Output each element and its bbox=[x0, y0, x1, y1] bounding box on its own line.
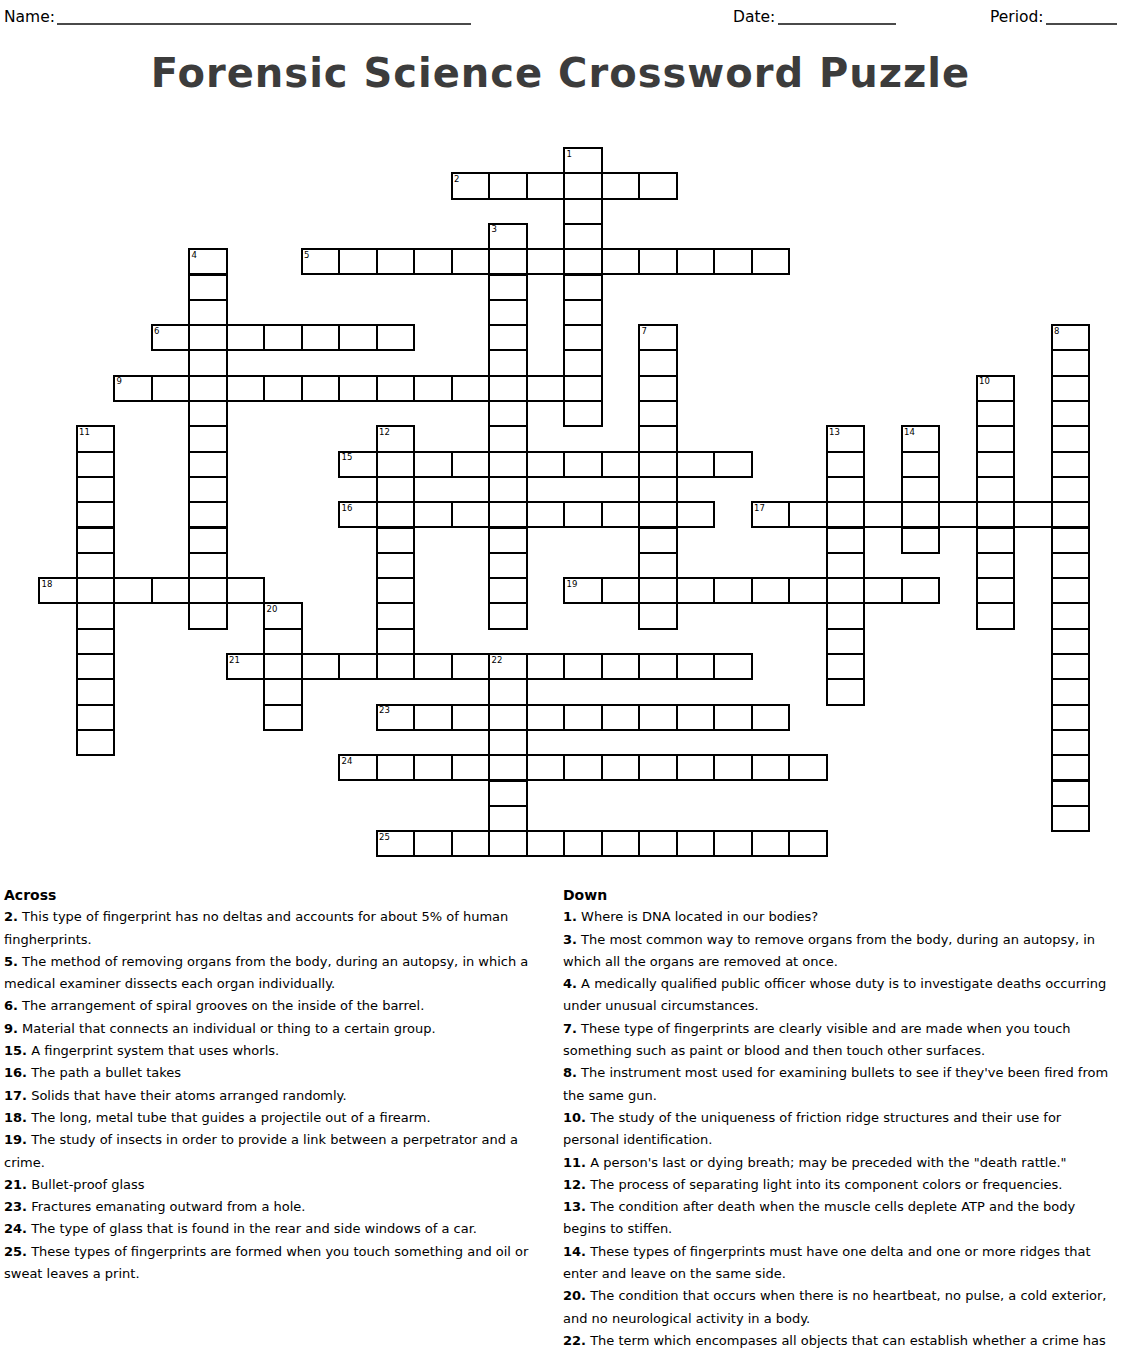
grid-cell-14-22[interactable] bbox=[563, 704, 603, 731]
grid-cell-27-23[interactable] bbox=[1051, 729, 1091, 756]
grid-number-9: 9 bbox=[117, 377, 122, 386]
grid-number-16: 16 bbox=[342, 504, 353, 513]
name-blank-line bbox=[57, 7, 471, 25]
clue-down-3: 3. The most common way to remove organs … bbox=[563, 929, 1119, 974]
grid-cell-27-16[interactable] bbox=[1051, 552, 1091, 579]
grid-cell-11-24[interactable] bbox=[451, 754, 491, 781]
crossword-grid: 1234567891011121314151617181920212223242… bbox=[38, 147, 1090, 857]
grid-cell-27-13[interactable] bbox=[1051, 476, 1091, 503]
grid-cell-17-27[interactable] bbox=[676, 830, 716, 857]
grid-cell-10-14[interactable] bbox=[413, 501, 453, 528]
grid-cell-1-21[interactable] bbox=[76, 678, 116, 705]
grid-cell-14-8[interactable] bbox=[563, 349, 603, 376]
grid-cell-7-20[interactable] bbox=[301, 653, 341, 680]
grid-cell-9-19[interactable] bbox=[376, 628, 416, 655]
grid-cell-9-20[interactable] bbox=[376, 653, 416, 680]
grid-cell-15-20[interactable] bbox=[601, 653, 641, 680]
grid-cell-7-7[interactable] bbox=[301, 324, 341, 351]
grid-cell-14-7[interactable] bbox=[563, 324, 603, 351]
grid-cell-27-10[interactable] bbox=[1051, 400, 1091, 427]
grid-cell-12-16[interactable] bbox=[488, 552, 528, 579]
down-header: Down bbox=[563, 884, 1119, 906]
clue-down-13: 13. The condition after death when the m… bbox=[563, 1196, 1119, 1241]
grid-cell-15-22[interactable] bbox=[601, 704, 641, 731]
grid-cell-14-6[interactable] bbox=[563, 299, 603, 326]
grid-cell-27-9[interactable] bbox=[1051, 375, 1091, 402]
grid-cell-11-12[interactable] bbox=[451, 451, 491, 478]
grid-cell-7-9[interactable] bbox=[301, 375, 341, 402]
grid-cell-16-1[interactable] bbox=[638, 172, 678, 199]
grid-cell-17-22[interactable] bbox=[676, 704, 716, 731]
grid-cell-12-25[interactable] bbox=[488, 780, 528, 807]
grid-cell-23-15[interactable] bbox=[901, 527, 941, 554]
grid-cell-20-24[interactable] bbox=[788, 754, 828, 781]
grid-number-23: 23 bbox=[379, 706, 390, 715]
grid-cell-12-12[interactable] bbox=[488, 451, 528, 478]
grid-number-20: 20 bbox=[267, 605, 278, 614]
grid-cell-13-22[interactable] bbox=[526, 704, 566, 731]
grid-cell-12-26[interactable] bbox=[488, 805, 528, 832]
grid-cell-25-10[interactable] bbox=[976, 400, 1016, 427]
grid-cell-10-24[interactable] bbox=[413, 754, 453, 781]
grid-cell-16-8[interactable] bbox=[638, 349, 678, 376]
grid-cell-4-5[interactable] bbox=[188, 274, 228, 301]
grid-cell-20-27[interactable] bbox=[788, 830, 828, 857]
grid-cell-27-26[interactable] bbox=[1051, 805, 1091, 832]
grid-cell-14-20[interactable] bbox=[563, 653, 603, 680]
grid-number-6: 6 bbox=[154, 327, 159, 336]
clue-across-25: 25. These types of fingerprints are form… bbox=[4, 1241, 560, 1286]
clue-across-15: 15. A fingerprint system that uses whorl… bbox=[4, 1040, 560, 1062]
grid-cell-12-6[interactable] bbox=[488, 299, 528, 326]
down-clues-section: Down 1. Where is DNA located in our bodi… bbox=[563, 884, 1119, 1351]
grid-cell-11-27[interactable] bbox=[451, 830, 491, 857]
clue-down-10: 10. The study of the uniqueness of frict… bbox=[563, 1107, 1119, 1152]
grid-cell-11-22[interactable] bbox=[451, 704, 491, 731]
grid-number-3: 3 bbox=[492, 225, 497, 234]
grid-cell-19-24[interactable] bbox=[751, 754, 791, 781]
grid-cell-14-1[interactable] bbox=[563, 172, 603, 199]
grid-cell-16-22[interactable] bbox=[638, 704, 678, 731]
grid-cell-1-12[interactable] bbox=[76, 451, 116, 478]
grid-cell-13-1[interactable] bbox=[526, 172, 566, 199]
grid-cell-16-9[interactable] bbox=[638, 375, 678, 402]
grid-cell-12-13[interactable] bbox=[488, 476, 528, 503]
grid-cell-15-4[interactable] bbox=[601, 248, 641, 275]
grid-cell-4-16[interactable] bbox=[188, 552, 228, 579]
grid-cell-25-12[interactable] bbox=[976, 451, 1016, 478]
grid-cell-14-2[interactable] bbox=[563, 198, 603, 225]
grid-cell-16-13[interactable] bbox=[638, 476, 678, 503]
grid-cell-19-27[interactable] bbox=[751, 830, 791, 857]
grid-cell-12-23[interactable] bbox=[488, 729, 528, 756]
grid-cell-9-9[interactable] bbox=[376, 375, 416, 402]
clue-down-12: 12. The process of separating light into… bbox=[563, 1174, 1119, 1196]
grid-cell-19-4[interactable] bbox=[751, 248, 791, 275]
grid-cell-23-17[interactable] bbox=[901, 577, 941, 604]
grid-cell-4-9[interactable] bbox=[188, 375, 228, 402]
grid-cell-13-14[interactable] bbox=[526, 501, 566, 528]
grid-cell-25-13[interactable] bbox=[976, 476, 1016, 503]
grid-number-22: 22 bbox=[492, 656, 503, 665]
across-clue-list: 2. This type of fingerprint has no delta… bbox=[4, 906, 560, 1285]
grid-cell-8-4[interactable] bbox=[338, 248, 378, 275]
grid-cell-16-27[interactable] bbox=[638, 830, 678, 857]
grid-cell-16-20[interactable] bbox=[638, 653, 678, 680]
grid-cell-15-27[interactable] bbox=[601, 830, 641, 857]
clue-across-24: 24. The type of glass that is found in t… bbox=[4, 1218, 560, 1240]
grid-cell-11-20[interactable] bbox=[451, 653, 491, 680]
grid-cell-18-17[interactable] bbox=[713, 577, 753, 604]
grid-cell-14-24[interactable] bbox=[563, 754, 603, 781]
grid-cell-14-9[interactable] bbox=[563, 375, 603, 402]
grid-cell-27-19[interactable] bbox=[1051, 628, 1091, 655]
grid-cell-22-14[interactable] bbox=[863, 501, 903, 528]
grid-cell-25-17[interactable] bbox=[976, 577, 1016, 604]
grid-cell-5-17[interactable] bbox=[226, 577, 266, 604]
grid-cell-27-12[interactable] bbox=[1051, 451, 1091, 478]
grid-number-5: 5 bbox=[304, 251, 309, 260]
clue-down-11: 11. A person's last or dying breath; may… bbox=[563, 1152, 1119, 1174]
grid-cell-21-21[interactable] bbox=[826, 678, 866, 705]
grid-cell-14-14[interactable] bbox=[563, 501, 603, 528]
grid-cell-21-20[interactable] bbox=[826, 653, 866, 680]
clue-down-14: 14. These types of fingerprints must hav… bbox=[563, 1241, 1119, 1286]
grid-cell-21-16[interactable] bbox=[826, 552, 866, 579]
grid-cell-14-5[interactable] bbox=[563, 274, 603, 301]
grid-cell-4-10[interactable] bbox=[188, 400, 228, 427]
grid-cell-13-24[interactable] bbox=[526, 754, 566, 781]
down-clue-list: 1. Where is DNA located in our bodies?3.… bbox=[563, 906, 1119, 1351]
grid-cell-18-12[interactable] bbox=[713, 451, 753, 478]
grid-number-11: 11 bbox=[79, 428, 90, 437]
grid-cell-21-15[interactable] bbox=[826, 527, 866, 554]
clue-across-18: 18. The long, metal tube that guides a p… bbox=[4, 1107, 560, 1129]
grid-cell-27-21[interactable] bbox=[1051, 678, 1091, 705]
clue-down-22: 22. The term which encompases all object… bbox=[563, 1330, 1119, 1351]
clue-across-5: 5. The method of removing organs from th… bbox=[4, 951, 560, 996]
grid-cell-9-14[interactable] bbox=[376, 501, 416, 528]
grid-cell-9-7[interactable] bbox=[376, 324, 416, 351]
grid-cell-27-17[interactable] bbox=[1051, 577, 1091, 604]
grid-cell-2-17[interactable] bbox=[113, 577, 153, 604]
grid-cell-14-3[interactable] bbox=[563, 223, 603, 250]
grid-cell-19-22[interactable] bbox=[751, 704, 791, 731]
grid-number-1: 1 bbox=[567, 150, 572, 159]
grid-cell-13-9[interactable] bbox=[526, 375, 566, 402]
date-blank-line bbox=[778, 7, 896, 25]
clue-across-6: 6. The arrangement of spiral grooves on … bbox=[4, 995, 560, 1017]
grid-cell-23-14[interactable] bbox=[901, 501, 941, 528]
grid-cell-12-4[interactable] bbox=[488, 248, 528, 275]
grid-cell-15-14[interactable] bbox=[601, 501, 641, 528]
grid-cell-13-27[interactable] bbox=[526, 830, 566, 857]
grid-cell-6-20[interactable] bbox=[263, 653, 303, 680]
grid-cell-12-11[interactable] bbox=[488, 425, 528, 452]
grid-cell-9-12[interactable] bbox=[376, 451, 416, 478]
grid-cell-4-12[interactable] bbox=[188, 451, 228, 478]
grid-number-25: 25 bbox=[379, 833, 390, 842]
grid-cell-8-9[interactable] bbox=[338, 375, 378, 402]
grid-cell-8-7[interactable] bbox=[338, 324, 378, 351]
grid-cell-1-19[interactable] bbox=[76, 628, 116, 655]
grid-cell-1-16[interactable] bbox=[76, 552, 116, 579]
grid-cell-12-9[interactable] bbox=[488, 375, 528, 402]
grid-cell-20-17[interactable] bbox=[788, 577, 828, 604]
grid-cell-21-13[interactable] bbox=[826, 476, 866, 503]
clue-across-17: 17. Solids that have their atoms arrange… bbox=[4, 1085, 560, 1107]
grid-cell-27-24[interactable] bbox=[1051, 754, 1091, 781]
grid-cell-12-5[interactable] bbox=[488, 274, 528, 301]
grid-cell-21-17[interactable] bbox=[826, 577, 866, 604]
grid-number-14: 14 bbox=[904, 428, 915, 437]
grid-cell-21-19[interactable] bbox=[826, 628, 866, 655]
grid-cell-15-12[interactable] bbox=[601, 451, 641, 478]
grid-cell-16-11[interactable] bbox=[638, 425, 678, 452]
grid-cell-22-17[interactable] bbox=[863, 577, 903, 604]
grid-cell-19-17[interactable] bbox=[751, 577, 791, 604]
grid-cell-27-25[interactable] bbox=[1051, 780, 1091, 807]
clue-across-2: 2. This type of fingerprint has no delta… bbox=[4, 906, 560, 951]
grid-cell-24-14[interactable] bbox=[938, 501, 978, 528]
grid-cell-25-15[interactable] bbox=[976, 527, 1016, 554]
grid-number-4: 4 bbox=[192, 251, 197, 260]
grid-cell-16-14[interactable] bbox=[638, 501, 678, 528]
grid-cell-23-12[interactable] bbox=[901, 451, 941, 478]
grid-cell-9-13[interactable] bbox=[376, 476, 416, 503]
grid-cell-16-12[interactable] bbox=[638, 451, 678, 478]
grid-cell-27-14[interactable] bbox=[1051, 501, 1091, 528]
grid-cell-9-15[interactable] bbox=[376, 527, 416, 554]
grid-cell-23-13[interactable] bbox=[901, 476, 941, 503]
grid-cell-25-11[interactable] bbox=[976, 425, 1016, 452]
grid-cell-6-9[interactable] bbox=[263, 375, 303, 402]
grid-cell-5-7[interactable] bbox=[226, 324, 266, 351]
grid-cell-1-22[interactable] bbox=[76, 704, 116, 731]
grid-cell-4-8[interactable] bbox=[188, 349, 228, 376]
grid-cell-18-20[interactable] bbox=[713, 653, 753, 680]
grid-cell-6-21[interactable] bbox=[263, 678, 303, 705]
grid-cell-15-17[interactable] bbox=[601, 577, 641, 604]
grid-cell-1-23[interactable] bbox=[76, 729, 116, 756]
grid-cell-16-16[interactable] bbox=[638, 552, 678, 579]
clue-across-21: 21. Bullet-proof glass bbox=[4, 1174, 560, 1196]
clue-down-8: 8. The instrument most used for examinin… bbox=[563, 1062, 1119, 1107]
grid-cell-18-22[interactable] bbox=[713, 704, 753, 731]
grid-cell-4-6[interactable] bbox=[188, 299, 228, 326]
grid-cell-17-17[interactable] bbox=[676, 577, 716, 604]
grid-cell-27-22[interactable] bbox=[1051, 704, 1091, 731]
grid-cell-14-10[interactable] bbox=[563, 400, 603, 427]
grid-cell-16-18[interactable] bbox=[638, 602, 678, 629]
grid-cell-21-18[interactable] bbox=[826, 602, 866, 629]
grid-cell-14-12[interactable] bbox=[563, 451, 603, 478]
grid-cell-1-14[interactable] bbox=[76, 501, 116, 528]
clue-across-9: 9. Material that connects an individual … bbox=[4, 1018, 560, 1040]
grid-cell-17-14[interactable] bbox=[676, 501, 716, 528]
grid-cell-13-20[interactable] bbox=[526, 653, 566, 680]
grid-cell-12-17[interactable] bbox=[488, 577, 528, 604]
grid-number-24: 24 bbox=[342, 757, 353, 766]
grid-cell-1-20[interactable] bbox=[76, 653, 116, 680]
grid-cell-10-20[interactable] bbox=[413, 653, 453, 680]
grid-cell-4-18[interactable] bbox=[188, 602, 228, 629]
grid-cell-10-27[interactable] bbox=[413, 830, 453, 857]
grid-cell-21-14[interactable] bbox=[826, 501, 866, 528]
grid-cell-20-14[interactable] bbox=[788, 501, 828, 528]
grid-cell-11-4[interactable] bbox=[451, 248, 491, 275]
grid-cell-12-22[interactable] bbox=[488, 704, 528, 731]
grid-number-10: 10 bbox=[979, 377, 990, 386]
grid-cell-10-4[interactable] bbox=[413, 248, 453, 275]
grid-cell-9-18[interactable] bbox=[376, 602, 416, 629]
page-title: Forensic Science Crossword Puzzle bbox=[0, 50, 1121, 96]
grid-cell-9-17[interactable] bbox=[376, 577, 416, 604]
grid-cell-26-14[interactable] bbox=[1013, 501, 1053, 528]
name-label: Name: bbox=[4, 8, 55, 26]
grid-cell-17-24[interactable] bbox=[676, 754, 716, 781]
grid-cell-1-17[interactable] bbox=[76, 577, 116, 604]
grid-cell-25-14[interactable] bbox=[976, 501, 1016, 528]
grid-cell-12-27[interactable] bbox=[488, 830, 528, 857]
grid-cell-27-8[interactable] bbox=[1051, 349, 1091, 376]
grid-cell-17-20[interactable] bbox=[676, 653, 716, 680]
clue-across-19: 19. The study of insects in order to pro… bbox=[4, 1129, 560, 1174]
across-header: Across bbox=[4, 884, 560, 906]
clue-down-4: 4. A medically qualified public officer … bbox=[563, 973, 1119, 1018]
grid-number-18: 18 bbox=[42, 580, 53, 589]
clue-across-16: 16. The path a bullet takes bbox=[4, 1062, 560, 1084]
grid-cell-18-27[interactable] bbox=[713, 830, 753, 857]
grid-cell-9-24[interactable] bbox=[376, 754, 416, 781]
grid-cell-12-10[interactable] bbox=[488, 400, 528, 427]
grid-cell-27-15[interactable] bbox=[1051, 527, 1091, 554]
grid-cell-5-9[interactable] bbox=[226, 375, 266, 402]
grid-cell-6-19[interactable] bbox=[263, 628, 303, 655]
period-label: Period: bbox=[990, 8, 1044, 26]
grid-cell-12-8[interactable] bbox=[488, 349, 528, 376]
grid-cell-13-12[interactable] bbox=[526, 451, 566, 478]
grid-cell-4-15[interactable] bbox=[188, 527, 228, 554]
grid-cell-12-18[interactable] bbox=[488, 602, 528, 629]
grid-cell-11-14[interactable] bbox=[451, 501, 491, 528]
grid-cell-11-9[interactable] bbox=[451, 375, 491, 402]
grid-cell-13-4[interactable] bbox=[526, 248, 566, 275]
grid-cell-10-12[interactable] bbox=[413, 451, 453, 478]
grid-cell-16-4[interactable] bbox=[638, 248, 678, 275]
grid-cell-10-9[interactable] bbox=[413, 375, 453, 402]
grid-cell-4-7[interactable] bbox=[188, 324, 228, 351]
grid-cell-18-4[interactable] bbox=[713, 248, 753, 275]
grid-cell-6-7[interactable] bbox=[263, 324, 303, 351]
grid-cell-12-21[interactable] bbox=[488, 678, 528, 705]
grid-number-12: 12 bbox=[379, 428, 390, 437]
grid-number-17: 17 bbox=[754, 504, 765, 513]
grid-cell-12-14[interactable] bbox=[488, 501, 528, 528]
grid-cell-16-15[interactable] bbox=[638, 527, 678, 554]
grid-cell-6-22[interactable] bbox=[263, 704, 303, 731]
grid-cell-4-14[interactable] bbox=[188, 501, 228, 528]
grid-number-13: 13 bbox=[829, 428, 840, 437]
grid-cell-4-13[interactable] bbox=[188, 476, 228, 503]
grid-cell-12-7[interactable] bbox=[488, 324, 528, 351]
grid-cell-1-15[interactable] bbox=[76, 527, 116, 554]
clue-down-20: 20. The condition that occurs when there… bbox=[563, 1285, 1119, 1330]
grid-cell-18-24[interactable] bbox=[713, 754, 753, 781]
grid-cell-4-17[interactable] bbox=[188, 577, 228, 604]
clue-down-7: 7. These type of fingerprints are clearl… bbox=[563, 1018, 1119, 1063]
grid-cell-1-18[interactable] bbox=[76, 602, 116, 629]
period-blank-line bbox=[1046, 7, 1117, 25]
grid-number-21: 21 bbox=[229, 656, 240, 665]
across-clues-section: Across 2. This type of fingerprint has n… bbox=[4, 884, 560, 1285]
grid-cell-21-12[interactable] bbox=[826, 451, 866, 478]
grid-cell-14-4[interactable] bbox=[563, 248, 603, 275]
grid-cell-17-4[interactable] bbox=[676, 248, 716, 275]
grid-cell-9-16[interactable] bbox=[376, 552, 416, 579]
grid-cell-3-9[interactable] bbox=[151, 375, 191, 402]
grid-cell-16-24[interactable] bbox=[638, 754, 678, 781]
grid-cell-17-12[interactable] bbox=[676, 451, 716, 478]
grid-cell-12-1[interactable] bbox=[488, 172, 528, 199]
clue-across-23: 23. Fractures emanating outward from a h… bbox=[4, 1196, 560, 1218]
grid-cell-16-17[interactable] bbox=[638, 577, 678, 604]
clue-down-1: 1. Where is DNA located in our bodies? bbox=[563, 906, 1119, 928]
grid-cell-16-10[interactable] bbox=[638, 400, 678, 427]
grid-cell-10-22[interactable] bbox=[413, 704, 453, 731]
grid-cell-4-11[interactable] bbox=[188, 425, 228, 452]
grid-number-19: 19 bbox=[567, 580, 578, 589]
grid-cell-12-15[interactable] bbox=[488, 527, 528, 554]
grid-number-8: 8 bbox=[1054, 327, 1059, 336]
grid-cell-3-17[interactable] bbox=[151, 577, 191, 604]
grid-cell-1-13[interactable] bbox=[76, 476, 116, 503]
grid-cell-15-1[interactable] bbox=[601, 172, 641, 199]
grid-number-15: 15 bbox=[342, 453, 353, 462]
grid-cell-25-16[interactable] bbox=[976, 552, 1016, 579]
grid-cell-25-18[interactable] bbox=[976, 602, 1016, 629]
grid-cell-14-27[interactable] bbox=[563, 830, 603, 857]
grid-cell-9-4[interactable] bbox=[376, 248, 416, 275]
grid-cell-27-18[interactable] bbox=[1051, 602, 1091, 629]
grid-number-7: 7 bbox=[642, 327, 647, 336]
grid-cell-12-24[interactable] bbox=[488, 754, 528, 781]
date-label: Date: bbox=[733, 8, 775, 26]
grid-number-2: 2 bbox=[454, 175, 459, 184]
grid-cell-27-11[interactable] bbox=[1051, 425, 1091, 452]
grid-cell-8-20[interactable] bbox=[338, 653, 378, 680]
grid-cell-27-20[interactable] bbox=[1051, 653, 1091, 680]
grid-cell-15-24[interactable] bbox=[601, 754, 641, 781]
